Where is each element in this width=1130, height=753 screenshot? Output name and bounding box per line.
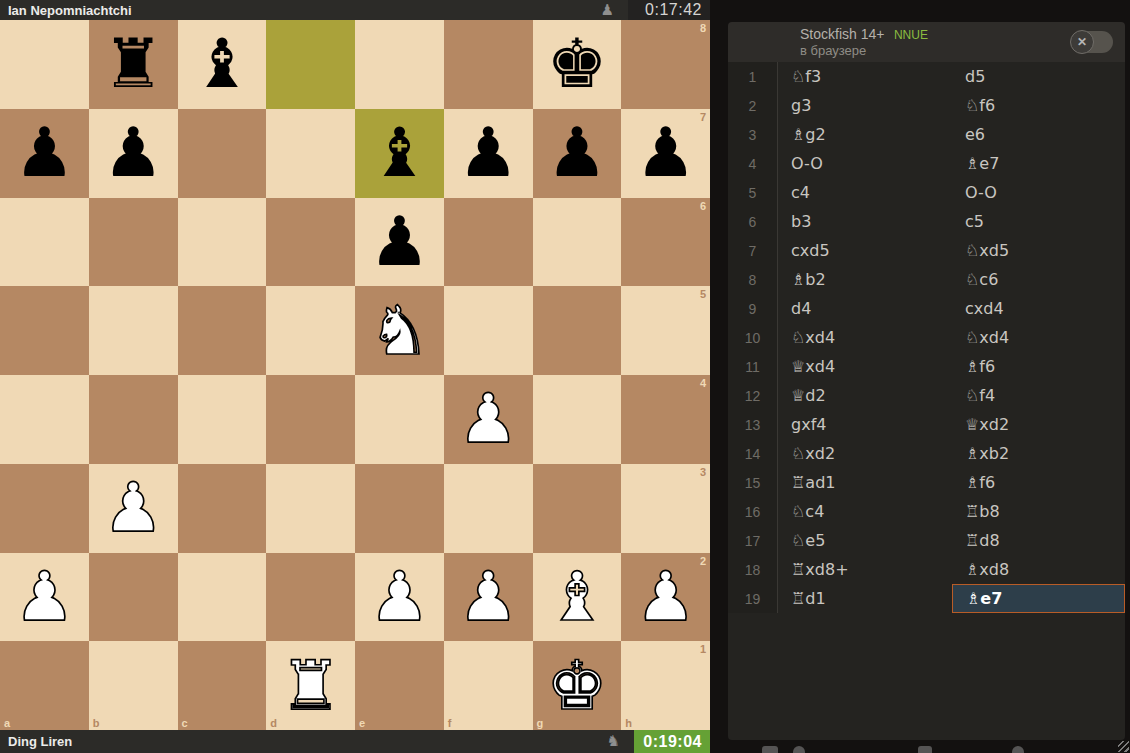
toggle-off-icon: ✕	[1070, 30, 1094, 54]
square-f8[interactable]	[444, 20, 533, 109]
white-pawn-a2: ♟	[14, 563, 75, 631]
black-pawn-a7: ♟	[14, 119, 75, 187]
move-number-11: 11	[728, 352, 778, 381]
square-f3[interactable]	[444, 464, 533, 553]
move-row-16: 16♘c4♖b8	[728, 497, 1125, 526]
square-f6[interactable]	[444, 198, 533, 287]
move-10-black[interactable]: ♘xd4	[952, 323, 1125, 352]
white-pawn-f4: ♟	[458, 385, 519, 453]
black-rook-b8: ♜	[103, 30, 164, 98]
move-row-3: 3♗g2e6	[728, 120, 1125, 149]
move-row-6: 6b3c5	[728, 207, 1125, 236]
top-player-clock: 0:17:42	[628, 0, 710, 20]
square-g7[interactable]: ♟	[533, 109, 622, 198]
board-resize-handle[interactable]	[1118, 741, 1129, 752]
white-pawn-f2: ♟	[458, 563, 519, 631]
move-number-2: 2	[728, 91, 778, 120]
square-d8[interactable]	[266, 20, 355, 109]
square-b5[interactable]	[89, 286, 178, 375]
black-bishop-e7: ♝	[369, 119, 430, 187]
move-16-white[interactable]: ♘c4	[778, 497, 952, 526]
move-12-black[interactable]: ♘f4	[952, 381, 1125, 410]
move-5-black[interactable]: O-O	[952, 178, 1125, 207]
engine-name: Stockfish 14+	[800, 26, 884, 42]
square-a6[interactable]	[0, 198, 89, 287]
black-pawn-g7: ♟	[546, 119, 607, 187]
move-11-black[interactable]: ♗f6	[952, 352, 1125, 381]
square-c3[interactable]	[178, 464, 267, 553]
toolbar-icon-2[interactable]	[793, 746, 805, 753]
move-row-18: 18♖xd8+♗xd8	[728, 555, 1125, 584]
move-number-7: 7	[728, 236, 778, 265]
toolbar-icon-3[interactable]	[918, 746, 932, 753]
square-h6[interactable]	[621, 198, 710, 287]
move-list: 1♘f3d52g3♘f63♗g2e64O-O♗e75c4O-O6b3c57cxd…	[728, 62, 1125, 740]
top-player-name: Ian Nepomniachtchi	[0, 3, 601, 18]
move-number-16: 16	[728, 497, 778, 526]
knight-icon: ♞	[607, 734, 620, 749]
square-h5[interactable]	[621, 286, 710, 375]
square-d1[interactable]: ♜	[266, 641, 355, 730]
black-pawn-h7: ♟	[635, 119, 696, 187]
move-9-black[interactable]: cxd4	[952, 294, 1125, 323]
white-king-g1: ♚	[546, 652, 607, 720]
square-c1[interactable]	[178, 641, 267, 730]
square-b1[interactable]	[89, 641, 178, 730]
square-c2[interactable]	[178, 553, 267, 642]
white-knight-e5: ♞	[369, 297, 430, 365]
black-bishop-c8: ♝	[191, 30, 252, 98]
square-e7[interactable]: ♝	[355, 109, 444, 198]
square-a5[interactable]	[0, 286, 89, 375]
move-row-7: 7cxd5♘xd5	[728, 236, 1125, 265]
move-row-10: 10♘xd4♘xd4	[728, 323, 1125, 352]
move-row-8: 8♗b2♘c6	[728, 265, 1125, 294]
square-a2[interactable]: ♟	[0, 553, 89, 642]
square-f4[interactable]: ♟	[444, 375, 533, 464]
square-g8[interactable]: ♚	[533, 20, 622, 109]
move-17-black[interactable]: ♖d8	[952, 526, 1125, 555]
black-king-g8: ♚	[546, 30, 607, 98]
square-b8[interactable]: ♜	[89, 20, 178, 109]
engine-info: Stockfish 14+ NNUE в браузере	[800, 26, 928, 59]
move-row-9: 9d4cxd4	[728, 294, 1125, 323]
square-f2[interactable]: ♟	[444, 553, 533, 642]
square-e1[interactable]	[355, 641, 444, 730]
move-4-black[interactable]: ♗e7	[952, 149, 1125, 178]
move-6-white[interactable]: b3	[778, 207, 952, 236]
move-13-white[interactable]: gxf4	[778, 410, 952, 439]
square-e2[interactable]: ♟	[355, 553, 444, 642]
square-e4[interactable]	[355, 375, 444, 464]
square-c6[interactable]	[178, 198, 267, 287]
pawn-icon: ♟	[601, 3, 614, 18]
square-e8[interactable]	[355, 20, 444, 109]
engine-nnue-badge: NNUE	[894, 28, 928, 42]
move-3-white[interactable]: ♗g2	[778, 120, 952, 149]
square-d5[interactable]	[266, 286, 355, 375]
move-number-9: 9	[728, 294, 778, 323]
move-11-white[interactable]: ♕xd4	[778, 352, 952, 381]
move-row-13: 13gxf4♕xd2	[728, 410, 1125, 439]
square-h4[interactable]	[621, 375, 710, 464]
square-g4[interactable]	[533, 375, 622, 464]
move-18-black[interactable]: ♗xd8	[952, 555, 1125, 584]
square-b3[interactable]: ♟	[89, 464, 178, 553]
square-e5[interactable]: ♞	[355, 286, 444, 375]
move-number-19: 19	[728, 584, 778, 613]
square-d4[interactable]	[266, 375, 355, 464]
square-f1[interactable]	[444, 641, 533, 730]
square-c4[interactable]	[178, 375, 267, 464]
move-number-18: 18	[728, 555, 778, 584]
engine-toggle-switch[interactable]: ✕	[1071, 31, 1113, 53]
move-18-white[interactable]: ♖xd8+	[778, 555, 952, 584]
move-number-4: 4	[728, 149, 778, 178]
black-pawn-e6: ♟	[369, 208, 430, 276]
square-f5[interactable]	[444, 286, 533, 375]
move-15-white[interactable]: ♖ad1	[778, 468, 952, 497]
square-c5[interactable]	[178, 286, 267, 375]
square-a8[interactable]	[0, 20, 89, 109]
move-number-17: 17	[728, 526, 778, 555]
bottom-player-bar: Ding Liren ♞ 0:19:04	[0, 730, 710, 753]
move-10-white[interactable]: ♘xd4	[778, 323, 952, 352]
square-b4[interactable]	[89, 375, 178, 464]
square-a1[interactable]	[0, 641, 89, 730]
move-6-black[interactable]: c5	[952, 207, 1125, 236]
engine-subtitle: в браузере	[800, 43, 928, 59]
move-row-14: 14♘xd2♗xb2	[728, 439, 1125, 468]
move-number-13: 13	[728, 410, 778, 439]
square-h7[interactable]: ♟	[621, 109, 710, 198]
move-3-black[interactable]: e6	[952, 120, 1125, 149]
move-9-white[interactable]: d4	[778, 294, 952, 323]
move-8-black[interactable]: ♘c6	[952, 265, 1125, 294]
move-row-1: 1♘f3d5	[728, 62, 1125, 91]
move-8-white[interactable]: ♗b2	[778, 265, 952, 294]
white-rook-d1: ♜	[280, 652, 341, 720]
move-number-8: 8	[728, 265, 778, 294]
move-1-black[interactable]: d5	[952, 62, 1125, 91]
square-g5[interactable]	[533, 286, 622, 375]
square-c8[interactable]: ♝	[178, 20, 267, 109]
white-pawn-e2: ♟	[369, 563, 430, 631]
black-pawn-b7: ♟	[103, 119, 164, 187]
move-16-black[interactable]: ♖b8	[952, 497, 1125, 526]
move-number-12: 12	[728, 381, 778, 410]
move-row-5: 5c4O-O	[728, 178, 1125, 207]
move-2-white[interactable]: g3	[778, 91, 952, 120]
move-15-black[interactable]: ♗f6	[952, 468, 1125, 497]
move-number-10: 10	[728, 323, 778, 352]
square-h3[interactable]	[621, 464, 710, 553]
square-d7[interactable]	[266, 109, 355, 198]
move-2-black[interactable]: ♘f6	[952, 91, 1125, 120]
move-number-1: 1	[728, 62, 778, 91]
square-b2[interactable]	[89, 553, 178, 642]
square-e3[interactable]	[355, 464, 444, 553]
move-number-3: 3	[728, 120, 778, 149]
move-14-white[interactable]: ♘xd2	[778, 439, 952, 468]
move-17-white[interactable]: ♘e5	[778, 526, 952, 555]
move-row-2: 2g3♘f6	[728, 91, 1125, 120]
move-number-14: 14	[728, 439, 778, 468]
move-number-6: 6	[728, 207, 778, 236]
bottom-player-name: Ding Liren	[0, 734, 607, 749]
square-d3[interactable]	[266, 464, 355, 553]
square-a3[interactable]	[0, 464, 89, 553]
move-12-white[interactable]: ♕d2	[778, 381, 952, 410]
move-number-5: 5	[728, 178, 778, 207]
move-14-black[interactable]: ♗xb2	[952, 439, 1125, 468]
move-7-white[interactable]: cxd5	[778, 236, 952, 265]
square-d2[interactable]	[266, 553, 355, 642]
square-g6[interactable]	[533, 198, 622, 287]
square-b6[interactable]	[89, 198, 178, 287]
square-h2[interactable]: ♟	[621, 553, 710, 642]
engine-header: Stockfish 14+ NNUE в браузере ✕	[728, 22, 1125, 62]
move-19-white[interactable]: ♖d1	[778, 584, 952, 613]
square-g3[interactable]	[533, 464, 622, 553]
square-g2[interactable]: ♝	[533, 553, 622, 642]
square-a4[interactable]	[0, 375, 89, 464]
square-c7[interactable]	[178, 109, 267, 198]
white-pawn-b3: ♟	[103, 474, 164, 542]
move-5-white[interactable]: c4	[778, 178, 952, 207]
top-player-bar: Ian Nepomniachtchi ♟ 0:17:42	[0, 0, 710, 20]
move-row-15: 15♖ad1♗f6	[728, 468, 1125, 497]
move-13-black[interactable]: ♕xd2	[952, 410, 1125, 439]
move-7-black[interactable]: ♘xd5	[952, 236, 1125, 265]
move-4-white[interactable]: O-O	[778, 149, 952, 178]
black-pawn-f7: ♟	[458, 119, 519, 187]
toolbar-icon-1[interactable]	[762, 746, 778, 753]
move-1-white[interactable]: ♘f3	[778, 62, 952, 91]
move-19-black[interactable]: ♗e7	[952, 584, 1125, 613]
move-row-17: 17♘e5♖d8	[728, 526, 1125, 555]
square-h1[interactable]	[621, 641, 710, 730]
move-row-19: 19♖d1♗e7	[728, 584, 1125, 613]
square-e6[interactable]: ♟	[355, 198, 444, 287]
square-f7[interactable]: ♟	[444, 109, 533, 198]
move-row-12: 12♕d2♘f4	[728, 381, 1125, 410]
chess-board[interactable]: ♜♝♚♟♟♝♟♟♟♟♞♟♟♟♟♟♝♟♜♚87654321abcdefgh	[0, 20, 710, 730]
white-pawn-h2: ♟	[635, 563, 696, 631]
white-bishop-g2: ♝	[546, 563, 607, 631]
move-row-4: 4O-O♗e7	[728, 149, 1125, 178]
bottom-player-clock: 0:19:04	[634, 730, 710, 753]
move-row-11: 11♕xd4♗f6	[728, 352, 1125, 381]
square-h8[interactable]	[621, 20, 710, 109]
square-d6[interactable]	[266, 198, 355, 287]
square-b7[interactable]: ♟	[89, 109, 178, 198]
toolbar-icon-4[interactable]	[1012, 746, 1024, 753]
move-number-15: 15	[728, 468, 778, 497]
square-g1[interactable]: ♚	[533, 641, 622, 730]
square-a7[interactable]: ♟	[0, 109, 89, 198]
